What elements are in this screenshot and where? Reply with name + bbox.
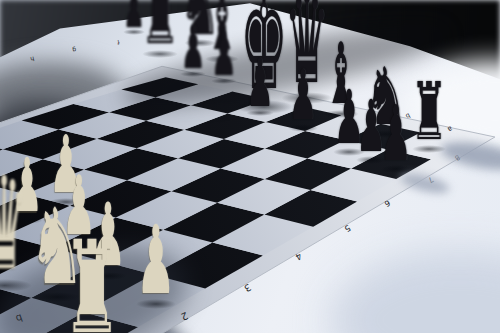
pieces: ♟♞♜♝♟♟♛♚♟♝♟♞♜♟♟♟♟♟♟♟♛♞♟♜ <box>0 0 500 333</box>
pawn-glyph: ♟ <box>181 18 206 77</box>
photo-of-chessboard: 2345678babfgh ♟♞♜♝♟♟♛♚♟♝♟♞♜♟♟♟♟♟♟♟♛♞♟♜ <box>0 0 500 333</box>
pawn-glyph: ♟ <box>380 95 412 172</box>
piece-black-pawn-a7[interactable]: ♟ <box>396 112 450 172</box>
pawn-glyph: ♟ <box>211 23 237 84</box>
piece-white-rook-a1[interactable]: ♜ <box>92 252 182 333</box>
queen-glyph: ♛ <box>0 160 27 288</box>
pawn-glyph: ♟ <box>288 62 317 131</box>
rook-glyph: ♜ <box>140 0 179 57</box>
rook-glyph: ♜ <box>62 224 121 333</box>
pawn-glyph: ♟ <box>246 49 274 116</box>
